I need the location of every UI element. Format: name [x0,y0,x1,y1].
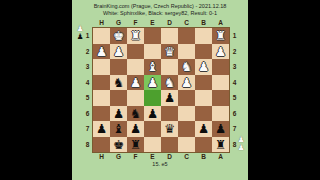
square-d5: ♟ [161,90,178,106]
square-e2 [144,44,161,60]
white-pawn-icon: ♟ [144,75,161,91]
square-a1: ♜ [212,28,229,44]
square-b4 [195,75,212,91]
rank-label-2: 2 [84,44,91,60]
black-bishop-icon: ♝ [110,121,127,137]
square-e4: ♟ [144,75,161,91]
rank-label-7: 7 [84,121,91,137]
rank-label-7: 7 [231,121,238,137]
square-f3 [127,59,144,75]
rank-label-2: 2 [231,44,238,60]
file-label-d: D [161,153,178,161]
black-pawn-icon: ♟ [110,106,127,122]
game-panel: BrainKing.com (Prague, Czech Republic) -… [72,0,248,180]
square-d7: ♛ [161,121,178,137]
rank-label-8: 8 [84,137,91,153]
square-b1 [195,28,212,44]
square-a4 [212,75,229,91]
square-f1: ♜ [127,28,144,44]
white-pawn-icon: ♟ [110,44,127,60]
square-g6: ♟ [110,106,127,122]
black-queen-icon: ♛ [161,121,178,137]
black-rook-icon: ♜ [127,137,144,153]
black-king-icon: ♚ [110,137,127,153]
file-label-d: D [161,19,178,27]
rank-label-5: 5 [231,90,238,106]
square-f7: ♟ [127,121,144,137]
square-c6 [178,106,195,122]
file-labels-bottom: HGFEDCBA [93,153,229,161]
white-pawn-icon: ♟ [236,144,246,152]
square-f8: ♜ [127,137,144,153]
square-g5 [110,90,127,106]
square-f4: ♟ [127,75,144,91]
black-pawn-icon: ♟ [127,121,144,137]
file-label-g: G [110,153,127,161]
square-b8 [195,137,212,153]
white-pawn-icon: ♟ [93,44,110,60]
header-site-date: BrainKing.com (Prague, Czech Republic) -… [72,3,248,10]
file-label-b: B [195,19,212,27]
square-g1: ♚ [110,28,127,44]
rank-label-1: 1 [231,28,238,44]
rank-label-6: 6 [84,106,91,122]
board: ♚♜♜♟♟♛♟♝♞♟♞♟♟♞♟♟♟♞♟♟♝♟♛♟♟♚♜♜ [93,28,229,152]
square-e1 [144,28,161,44]
white-knight-icon: ♞ [178,59,195,75]
square-h1 [93,28,110,44]
square-d8 [161,137,178,153]
file-label-a: A [212,19,229,27]
white-queen-icon: ♛ [161,44,178,60]
file-label-c: C [178,153,195,161]
black-rook-icon: ♜ [212,137,229,153]
white-king-icon: ♚ [110,28,127,44]
black-pawn-icon: ♟ [195,121,212,137]
file-label-e: E [144,19,161,27]
square-b6 [195,106,212,122]
square-f2 [127,44,144,60]
square-c3: ♞ [178,59,195,75]
white-pawn-icon: ♟ [195,59,212,75]
square-b2 [195,44,212,60]
square-e5 [144,90,161,106]
video-frame: BrainKing.com (Prague, Czech Republic) -… [0,0,320,180]
square-c4: ♟ [178,75,195,91]
file-label-h: H [93,153,110,161]
square-e7 [144,121,161,137]
square-h8 [93,137,110,153]
file-label-c: C [178,19,195,27]
square-c7 [178,121,195,137]
black-pawn-icon: ♟ [144,106,161,122]
file-labels-top: HGFEDCBA [93,19,229,27]
rank-labels-right: 12345678 [231,28,238,152]
square-e6: ♟ [144,106,161,122]
square-c5 [178,90,195,106]
square-a8: ♜ [212,137,229,153]
white-rook-icon: ♜ [127,28,144,44]
white-pawn-icon: ♟ [178,75,195,91]
rank-label-5: 5 [84,90,91,106]
rank-label-3: 3 [231,59,238,75]
file-label-f: F [127,19,144,27]
square-a2: ♟ [212,44,229,60]
square-d6 [161,106,178,122]
square-g2: ♟ [110,44,127,60]
square-h2: ♟ [93,44,110,60]
white-pawn-icon: ♟ [212,44,229,60]
black-pawn-icon: ♟ [75,33,85,41]
black-pawn-icon: ♟ [93,121,110,137]
white-knight-icon: ♞ [161,75,178,91]
square-h3 [93,59,110,75]
square-f6: ♞ [127,106,144,122]
black-pawn-icon: ♟ [161,90,178,106]
square-g7: ♝ [110,121,127,137]
square-d4: ♞ [161,75,178,91]
square-d1 [161,28,178,44]
square-h6 [93,106,110,122]
file-label-g: G [110,19,127,27]
black-knight-icon: ♞ [110,75,127,91]
rank-label-4: 4 [84,75,91,91]
square-b7: ♟ [195,121,212,137]
rank-label-4: 4 [231,75,238,91]
square-f5 [127,90,144,106]
move-caption: 15. e5 [72,161,248,168]
square-a7: ♟ [212,121,229,137]
square-g8: ♚ [110,137,127,153]
file-label-b: B [195,153,212,161]
captured-pieces-tray-bottom: ♟♟ [236,136,246,152]
square-d2: ♛ [161,44,178,60]
square-a3 [212,59,229,75]
file-label-h: H [93,19,110,27]
square-a6 [212,106,229,122]
white-pawn-icon: ♟ [127,75,144,91]
rank-label-6: 6 [231,106,238,122]
header-players-result: White: Sphinxlike, Black: sergey82, Resu… [72,10,248,17]
black-pawn-icon: ♟ [212,121,229,137]
square-c8 [178,137,195,153]
file-label-a: A [212,153,229,161]
square-c1 [178,28,195,44]
square-g4: ♞ [110,75,127,91]
square-a5 [212,90,229,106]
black-knight-icon: ♞ [127,106,144,122]
file-label-e: E [144,153,161,161]
square-h7: ♟ [93,121,110,137]
rank-labels-left: 12345678 [84,28,91,152]
square-e3: ♝ [144,59,161,75]
captured-pieces-tray-top: ♟♟ [75,25,85,41]
square-c2 [178,44,195,60]
square-h5 [93,90,110,106]
square-d3 [161,59,178,75]
square-g3 [110,59,127,75]
square-b3: ♟ [195,59,212,75]
white-bishop-icon: ♝ [144,59,161,75]
rank-label-3: 3 [84,59,91,75]
square-h4 [93,75,110,91]
file-label-f: F [127,153,144,161]
square-e8 [144,137,161,153]
square-b5 [195,90,212,106]
white-rook-icon: ♜ [212,28,229,44]
rank-label-1: 1 [84,28,91,44]
